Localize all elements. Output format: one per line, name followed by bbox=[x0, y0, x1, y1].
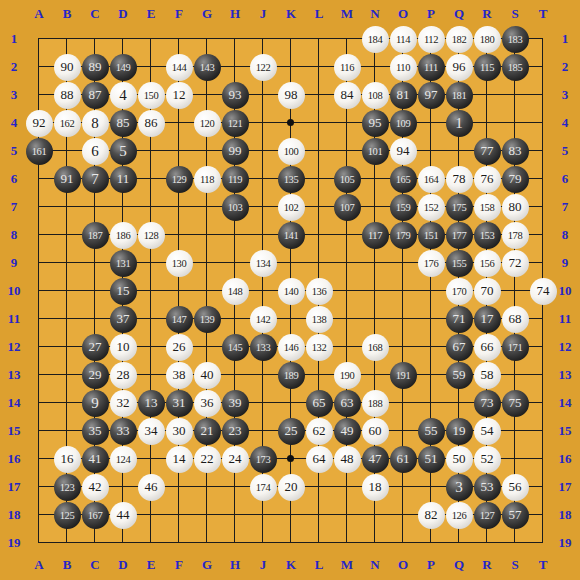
board-intersection[interactable] bbox=[333, 305, 361, 333]
board-intersection[interactable] bbox=[165, 221, 193, 249]
board-intersection[interactable] bbox=[305, 221, 333, 249]
board-intersection[interactable] bbox=[221, 361, 249, 389]
board-intersection[interactable]: 139 bbox=[193, 305, 221, 333]
board-intersection[interactable] bbox=[361, 53, 389, 81]
board-intersection[interactable]: 121 bbox=[221, 109, 249, 137]
board-intersection[interactable]: 48 bbox=[333, 445, 361, 473]
board-intersection[interactable]: 105 bbox=[333, 165, 361, 193]
board-intersection[interactable] bbox=[25, 305, 53, 333]
board-intersection[interactable]: 76 bbox=[473, 165, 501, 193]
board-intersection[interactable]: 22 bbox=[193, 445, 221, 473]
board-intersection[interactable]: 82 bbox=[417, 501, 445, 529]
board-intersection[interactable]: 111 bbox=[417, 53, 445, 81]
board-intersection[interactable]: 110 bbox=[389, 53, 417, 81]
board-intersection[interactable]: 30 bbox=[165, 417, 193, 445]
board-intersection[interactable]: 4 bbox=[109, 81, 137, 109]
board-intersection[interactable] bbox=[53, 193, 81, 221]
board-intersection[interactable]: 129 bbox=[165, 165, 193, 193]
board-intersection[interactable] bbox=[137, 305, 165, 333]
board-intersection[interactable] bbox=[333, 529, 361, 557]
board-intersection[interactable] bbox=[305, 109, 333, 137]
board-intersection[interactable]: 123 bbox=[53, 473, 81, 501]
board-intersection[interactable]: 170 bbox=[445, 277, 473, 305]
board-intersection[interactable]: 116 bbox=[333, 53, 361, 81]
board-intersection[interactable] bbox=[221, 305, 249, 333]
board-intersection[interactable]: 156 bbox=[473, 249, 501, 277]
board-intersection[interactable]: 55 bbox=[417, 417, 445, 445]
board-intersection[interactable] bbox=[361, 361, 389, 389]
board-intersection[interactable]: 79 bbox=[501, 165, 529, 193]
board-intersection[interactable]: 102 bbox=[277, 193, 305, 221]
board-intersection[interactable] bbox=[361, 165, 389, 193]
board-intersection[interactable]: 144 bbox=[165, 53, 193, 81]
board-intersection[interactable] bbox=[333, 333, 361, 361]
board-intersection[interactable]: 16 bbox=[53, 445, 81, 473]
board-intersection[interactable] bbox=[25, 81, 53, 109]
board-intersection[interactable] bbox=[25, 53, 53, 81]
board-intersection[interactable]: 58 bbox=[473, 361, 501, 389]
board-intersection[interactable]: 37 bbox=[109, 305, 137, 333]
board-intersection[interactable]: 99 bbox=[221, 137, 249, 165]
board-intersection[interactable]: 21 bbox=[193, 417, 221, 445]
board-intersection[interactable] bbox=[333, 249, 361, 277]
board-intersection[interactable]: 68 bbox=[501, 305, 529, 333]
board-intersection[interactable]: 20 bbox=[277, 473, 305, 501]
board-intersection[interactable]: 127 bbox=[473, 501, 501, 529]
board-intersection[interactable]: 158 bbox=[473, 193, 501, 221]
board-intersection[interactable] bbox=[53, 249, 81, 277]
board-intersection[interactable] bbox=[165, 25, 193, 53]
board-intersection[interactable] bbox=[277, 109, 305, 137]
board-intersection[interactable]: 186 bbox=[109, 221, 137, 249]
board-intersection[interactable] bbox=[361, 305, 389, 333]
board-intersection[interactable]: 180 bbox=[473, 25, 501, 53]
board-intersection[interactable]: 112 bbox=[417, 25, 445, 53]
board-intersection[interactable]: 136 bbox=[305, 277, 333, 305]
board-intersection[interactable] bbox=[249, 193, 277, 221]
board-intersection[interactable] bbox=[361, 193, 389, 221]
board-intersection[interactable]: 131 bbox=[109, 249, 137, 277]
board-intersection[interactable] bbox=[25, 25, 53, 53]
board-intersection[interactable] bbox=[81, 193, 109, 221]
board-intersection[interactable] bbox=[165, 529, 193, 557]
board-intersection[interactable] bbox=[501, 109, 529, 137]
board-intersection[interactable]: 97 bbox=[417, 81, 445, 109]
board-intersection[interactable]: 174 bbox=[249, 473, 277, 501]
board-intersection[interactable]: 46 bbox=[137, 473, 165, 501]
board-intersection[interactable]: 146 bbox=[277, 333, 305, 361]
board-intersection[interactable] bbox=[389, 305, 417, 333]
board-intersection[interactable] bbox=[137, 53, 165, 81]
board-intersection[interactable]: 165 bbox=[389, 165, 417, 193]
board-intersection[interactable] bbox=[25, 473, 53, 501]
board-intersection[interactable] bbox=[25, 193, 53, 221]
board-intersection[interactable]: 143 bbox=[193, 53, 221, 81]
board-intersection[interactable]: 149 bbox=[109, 53, 137, 81]
board-intersection[interactable]: 32 bbox=[109, 389, 137, 417]
board-intersection[interactable]: 191 bbox=[389, 361, 417, 389]
board-intersection[interactable] bbox=[445, 137, 473, 165]
board-intersection[interactable] bbox=[501, 81, 529, 109]
board-intersection[interactable]: 31 bbox=[165, 389, 193, 417]
board-intersection[interactable]: 74 bbox=[529, 277, 557, 305]
board-intersection[interactable] bbox=[249, 109, 277, 137]
board-intersection[interactable]: 109 bbox=[389, 109, 417, 137]
board-intersection[interactable]: 12 bbox=[165, 81, 193, 109]
board-intersection[interactable] bbox=[417, 529, 445, 557]
board-intersection[interactable]: 173 bbox=[249, 445, 277, 473]
board-intersection[interactable] bbox=[137, 361, 165, 389]
board-intersection[interactable]: 3 bbox=[445, 473, 473, 501]
board-intersection[interactable] bbox=[53, 389, 81, 417]
board-intersection[interactable] bbox=[221, 473, 249, 501]
board-intersection[interactable] bbox=[389, 277, 417, 305]
board-intersection[interactable] bbox=[25, 249, 53, 277]
board-intersection[interactable]: 81 bbox=[389, 81, 417, 109]
board-intersection[interactable]: 42 bbox=[81, 473, 109, 501]
board-intersection[interactable] bbox=[501, 417, 529, 445]
board-intersection[interactable]: 114 bbox=[389, 25, 417, 53]
board-intersection[interactable]: 11 bbox=[109, 165, 137, 193]
board-intersection[interactable] bbox=[137, 529, 165, 557]
board-intersection[interactable]: 70 bbox=[473, 277, 501, 305]
board-intersection[interactable]: 108 bbox=[361, 81, 389, 109]
board-intersection[interactable]: 59 bbox=[445, 361, 473, 389]
board-intersection[interactable] bbox=[137, 165, 165, 193]
board-intersection[interactable] bbox=[473, 109, 501, 137]
board-intersection[interactable]: 176 bbox=[417, 249, 445, 277]
board-intersection[interactable] bbox=[53, 25, 81, 53]
board-intersection[interactable]: 140 bbox=[277, 277, 305, 305]
board-intersection[interactable] bbox=[305, 137, 333, 165]
board-intersection[interactable] bbox=[25, 277, 53, 305]
board-intersection[interactable] bbox=[389, 501, 417, 529]
board-intersection[interactable]: 35 bbox=[81, 417, 109, 445]
board-intersection[interactable]: 168 bbox=[361, 333, 389, 361]
board-intersection[interactable] bbox=[305, 165, 333, 193]
board-intersection[interactable] bbox=[137, 501, 165, 529]
board-intersection[interactable] bbox=[501, 445, 529, 473]
board-intersection[interactable]: 13 bbox=[137, 389, 165, 417]
board-intersection[interactable] bbox=[53, 305, 81, 333]
board-intersection[interactable] bbox=[249, 221, 277, 249]
board-intersection[interactable]: 64 bbox=[305, 445, 333, 473]
board-intersection[interactable]: 126 bbox=[445, 501, 473, 529]
board-intersection[interactable]: 147 bbox=[165, 305, 193, 333]
board-intersection[interactable]: 167 bbox=[81, 501, 109, 529]
board-intersection[interactable]: 138 bbox=[305, 305, 333, 333]
board-intersection[interactable]: 159 bbox=[389, 193, 417, 221]
board-intersection[interactable] bbox=[277, 25, 305, 53]
board-intersection[interactable] bbox=[473, 529, 501, 557]
board-intersection[interactable]: 72 bbox=[501, 249, 529, 277]
board-intersection[interactable] bbox=[333, 473, 361, 501]
board-intersection[interactable] bbox=[389, 417, 417, 445]
board-intersection[interactable]: 142 bbox=[249, 305, 277, 333]
board-intersection[interactable] bbox=[25, 221, 53, 249]
board-intersection[interactable] bbox=[165, 501, 193, 529]
board-intersection[interactable]: 175 bbox=[445, 193, 473, 221]
board-intersection[interactable] bbox=[109, 529, 137, 557]
board-intersection[interactable] bbox=[277, 249, 305, 277]
board-intersection[interactable] bbox=[25, 165, 53, 193]
board-intersection[interactable] bbox=[361, 501, 389, 529]
board-intersection[interactable]: 67 bbox=[445, 333, 473, 361]
board-intersection[interactable] bbox=[137, 249, 165, 277]
board-intersection[interactable]: 41 bbox=[81, 445, 109, 473]
board-intersection[interactable] bbox=[109, 193, 137, 221]
board-intersection[interactable] bbox=[501, 277, 529, 305]
board-intersection[interactable]: 190 bbox=[333, 361, 361, 389]
board-intersection[interactable]: 94 bbox=[389, 137, 417, 165]
board-intersection[interactable]: 184 bbox=[361, 25, 389, 53]
board-intersection[interactable] bbox=[137, 137, 165, 165]
board-intersection[interactable]: 61 bbox=[389, 445, 417, 473]
board-intersection[interactable]: 66 bbox=[473, 333, 501, 361]
board-intersection[interactable]: 34 bbox=[137, 417, 165, 445]
board-intersection[interactable]: 73 bbox=[473, 389, 501, 417]
board-intersection[interactable] bbox=[389, 473, 417, 501]
board-intersection[interactable]: 54 bbox=[473, 417, 501, 445]
board-intersection[interactable] bbox=[109, 25, 137, 53]
board-intersection[interactable] bbox=[277, 389, 305, 417]
board-intersection[interactable] bbox=[25, 529, 53, 557]
board-intersection[interactable]: 124 bbox=[109, 445, 137, 473]
board-intersection[interactable] bbox=[249, 417, 277, 445]
board-intersection[interactable] bbox=[25, 501, 53, 529]
board-intersection[interactable]: 53 bbox=[473, 473, 501, 501]
board-intersection[interactable]: 171 bbox=[501, 333, 529, 361]
board-intersection[interactable]: 118 bbox=[193, 165, 221, 193]
board-intersection[interactable]: 182 bbox=[445, 25, 473, 53]
board-intersection[interactable] bbox=[165, 473, 193, 501]
board-intersection[interactable] bbox=[389, 249, 417, 277]
board-intersection[interactable]: 189 bbox=[277, 361, 305, 389]
board-intersection[interactable]: 178 bbox=[501, 221, 529, 249]
board-intersection[interactable] bbox=[389, 333, 417, 361]
board-intersection[interactable] bbox=[193, 25, 221, 53]
board-intersection[interactable]: 177 bbox=[445, 221, 473, 249]
board-intersection[interactable]: 39 bbox=[221, 389, 249, 417]
board-intersection[interactable] bbox=[165, 137, 193, 165]
board-intersection[interactable]: 18 bbox=[361, 473, 389, 501]
board-intersection[interactable]: 125 bbox=[53, 501, 81, 529]
board-intersection[interactable] bbox=[445, 529, 473, 557]
board-intersection[interactable]: 90 bbox=[53, 53, 81, 81]
board-intersection[interactable]: 77 bbox=[473, 137, 501, 165]
board-intersection[interactable]: 27 bbox=[81, 333, 109, 361]
board-intersection[interactable] bbox=[81, 529, 109, 557]
board-intersection[interactable] bbox=[221, 501, 249, 529]
board-intersection[interactable]: 161 bbox=[25, 137, 53, 165]
board-intersection[interactable]: 134 bbox=[249, 249, 277, 277]
board-intersection[interactable] bbox=[53, 417, 81, 445]
board-intersection[interactable] bbox=[417, 473, 445, 501]
board-intersection[interactable] bbox=[25, 445, 53, 473]
board-intersection[interactable]: 120 bbox=[193, 109, 221, 137]
board-intersection[interactable] bbox=[137, 333, 165, 361]
board-intersection[interactable] bbox=[333, 277, 361, 305]
board-intersection[interactable] bbox=[193, 501, 221, 529]
board-intersection[interactable] bbox=[333, 221, 361, 249]
board-intersection[interactable]: 148 bbox=[221, 277, 249, 305]
board-intersection[interactable] bbox=[249, 137, 277, 165]
board-intersection[interactable]: 10 bbox=[109, 333, 137, 361]
board-intersection[interactable]: 86 bbox=[137, 109, 165, 137]
board-intersection[interactable] bbox=[277, 529, 305, 557]
board-intersection[interactable]: 122 bbox=[249, 53, 277, 81]
board-intersection[interactable]: 49 bbox=[333, 417, 361, 445]
board-intersection[interactable]: 5 bbox=[109, 137, 137, 165]
board-intersection[interactable] bbox=[53, 277, 81, 305]
board-intersection[interactable] bbox=[109, 473, 137, 501]
board-intersection[interactable] bbox=[81, 305, 109, 333]
board-intersection[interactable] bbox=[361, 529, 389, 557]
board-intersection[interactable]: 1 bbox=[445, 109, 473, 137]
board-intersection[interactable]: 62 bbox=[305, 417, 333, 445]
board-intersection[interactable] bbox=[445, 389, 473, 417]
board-intersection[interactable]: 14 bbox=[165, 445, 193, 473]
board-intersection[interactable] bbox=[193, 81, 221, 109]
board-intersection[interactable] bbox=[333, 25, 361, 53]
board-intersection[interactable]: 141 bbox=[277, 221, 305, 249]
board-intersection[interactable]: 133 bbox=[249, 333, 277, 361]
board-intersection[interactable]: 164 bbox=[417, 165, 445, 193]
board-intersection[interactable] bbox=[473, 81, 501, 109]
board-intersection[interactable] bbox=[417, 277, 445, 305]
board-intersection[interactable]: 92 bbox=[25, 109, 53, 137]
board-intersection[interactable]: 63 bbox=[333, 389, 361, 417]
board-intersection[interactable]: 162 bbox=[53, 109, 81, 137]
board-intersection[interactable] bbox=[333, 109, 361, 137]
board-intersection[interactable] bbox=[389, 529, 417, 557]
board-intersection[interactable] bbox=[249, 81, 277, 109]
board-intersection[interactable]: 103 bbox=[221, 193, 249, 221]
board-intersection[interactable] bbox=[501, 529, 529, 557]
board-intersection[interactable] bbox=[193, 249, 221, 277]
board-intersection[interactable]: 17 bbox=[473, 305, 501, 333]
board-intersection[interactable]: 155 bbox=[445, 249, 473, 277]
board-intersection[interactable]: 179 bbox=[389, 221, 417, 249]
board-intersection[interactable] bbox=[417, 389, 445, 417]
board-intersection[interactable] bbox=[305, 53, 333, 81]
board-intersection[interactable]: 85 bbox=[109, 109, 137, 137]
board-intersection[interactable]: 56 bbox=[501, 473, 529, 501]
board-intersection[interactable] bbox=[25, 333, 53, 361]
board-intersection[interactable] bbox=[193, 277, 221, 305]
board-intersection[interactable] bbox=[249, 165, 277, 193]
board-intersection[interactable]: 24 bbox=[221, 445, 249, 473]
board-intersection[interactable]: 9 bbox=[81, 389, 109, 417]
board-intersection[interactable] bbox=[249, 361, 277, 389]
board-intersection[interactable] bbox=[277, 501, 305, 529]
board-intersection[interactable]: 117 bbox=[361, 221, 389, 249]
board-intersection[interactable]: 83 bbox=[501, 137, 529, 165]
board-intersection[interactable] bbox=[165, 193, 193, 221]
board-intersection[interactable] bbox=[417, 333, 445, 361]
board-intersection[interactable] bbox=[305, 249, 333, 277]
board-intersection[interactable]: 65 bbox=[305, 389, 333, 417]
board-intersection[interactable]: 19 bbox=[445, 417, 473, 445]
board-intersection[interactable]: 47 bbox=[361, 445, 389, 473]
board-intersection[interactable]: 115 bbox=[473, 53, 501, 81]
board-intersection[interactable]: 152 bbox=[417, 193, 445, 221]
board-intersection[interactable] bbox=[249, 389, 277, 417]
board-intersection[interactable] bbox=[305, 193, 333, 221]
board-intersection[interactable] bbox=[417, 137, 445, 165]
board-intersection[interactable] bbox=[221, 529, 249, 557]
board-intersection[interactable]: 88 bbox=[53, 81, 81, 109]
board-intersection[interactable] bbox=[25, 417, 53, 445]
board-intersection[interactable] bbox=[305, 25, 333, 53]
board-intersection[interactable] bbox=[81, 277, 109, 305]
board-intersection[interactable]: 25 bbox=[277, 417, 305, 445]
board-intersection[interactable]: 38 bbox=[165, 361, 193, 389]
board-intersection[interactable]: 132 bbox=[305, 333, 333, 361]
board-intersection[interactable] bbox=[193, 193, 221, 221]
board-intersection[interactable] bbox=[193, 529, 221, 557]
board-intersection[interactable] bbox=[277, 53, 305, 81]
board-intersection[interactable] bbox=[249, 25, 277, 53]
board-intersection[interactable]: 80 bbox=[501, 193, 529, 221]
board-intersection[interactable] bbox=[137, 277, 165, 305]
board-intersection[interactable]: 51 bbox=[417, 445, 445, 473]
board-intersection[interactable] bbox=[305, 473, 333, 501]
board-intersection[interactable]: 89 bbox=[81, 53, 109, 81]
board-intersection[interactable]: 187 bbox=[81, 221, 109, 249]
board-intersection[interactable] bbox=[333, 501, 361, 529]
board-intersection[interactable]: 145 bbox=[221, 333, 249, 361]
board-intersection[interactable] bbox=[249, 277, 277, 305]
board-intersection[interactable] bbox=[417, 109, 445, 137]
board-intersection[interactable]: 71 bbox=[445, 305, 473, 333]
board-intersection[interactable]: 91 bbox=[53, 165, 81, 193]
board-intersection[interactable] bbox=[305, 81, 333, 109]
board-intersection[interactable] bbox=[221, 53, 249, 81]
board-intersection[interactable]: 40 bbox=[193, 361, 221, 389]
board-intersection[interactable] bbox=[193, 137, 221, 165]
board-intersection[interactable] bbox=[333, 137, 361, 165]
board-intersection[interactable] bbox=[137, 445, 165, 473]
board-intersection[interactable] bbox=[501, 361, 529, 389]
board-intersection[interactable] bbox=[193, 473, 221, 501]
board-intersection[interactable] bbox=[221, 249, 249, 277]
board-intersection[interactable] bbox=[417, 361, 445, 389]
board-intersection[interactable] bbox=[53, 529, 81, 557]
board-intersection[interactable] bbox=[277, 445, 305, 473]
board-intersection[interactable]: 44 bbox=[109, 501, 137, 529]
board-intersection[interactable] bbox=[53, 333, 81, 361]
board-intersection[interactable]: 119 bbox=[221, 165, 249, 193]
board-intersection[interactable] bbox=[81, 249, 109, 277]
board-intersection[interactable]: 101 bbox=[361, 137, 389, 165]
board-intersection[interactable]: 128 bbox=[137, 221, 165, 249]
board-intersection[interactable]: 183 bbox=[501, 25, 529, 53]
board-intersection[interactable]: 15 bbox=[109, 277, 137, 305]
board-intersection[interactable]: 100 bbox=[277, 137, 305, 165]
board-intersection[interactable]: 6 bbox=[81, 137, 109, 165]
board-intersection[interactable] bbox=[137, 193, 165, 221]
board-intersection[interactable]: 130 bbox=[165, 249, 193, 277]
board-intersection[interactable] bbox=[25, 389, 53, 417]
board-intersection[interactable] bbox=[165, 109, 193, 137]
board-intersection[interactable] bbox=[389, 389, 417, 417]
board-intersection[interactable]: 57 bbox=[501, 501, 529, 529]
board-intersection[interactable]: 151 bbox=[417, 221, 445, 249]
board-intersection[interactable] bbox=[361, 277, 389, 305]
board-intersection[interactable] bbox=[305, 501, 333, 529]
board-intersection[interactable]: 135 bbox=[277, 165, 305, 193]
